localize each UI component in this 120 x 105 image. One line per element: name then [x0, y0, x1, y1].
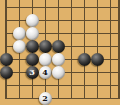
- go-stone-white: [13, 27, 26, 40]
- go-stone-black: [26, 40, 39, 53]
- move-number-label: 4: [42, 68, 48, 76]
- go-board[interactable]: 342: [0, 0, 120, 105]
- go-stone-white: [52, 53, 65, 66]
- go-stone-white: [13, 40, 26, 53]
- grid-line-horizontal: [5, 20, 120, 21]
- go-stone-black: [0, 53, 13, 66]
- go-stone-black: [78, 53, 91, 66]
- go-stone-white-move-2: 2: [39, 92, 52, 105]
- go-stone-white: [26, 14, 39, 27]
- grid-line-horizontal: [5, 7, 120, 8]
- go-stone-white: [39, 53, 52, 66]
- grid-line-horizontal: [5, 85, 120, 86]
- go-stone-black: [39, 40, 52, 53]
- go-stone-white: [52, 66, 65, 79]
- go-stone-black-move-3: 3: [26, 66, 39, 79]
- go-stone-black: [26, 53, 39, 66]
- go-stone-black: [0, 66, 13, 79]
- go-stone-white-move-4: 4: [39, 66, 52, 79]
- move-number-label: 3: [29, 68, 35, 76]
- go-stone-black: [91, 53, 104, 66]
- go-stone-black: [52, 40, 65, 53]
- board-bottom-edge-line: [5, 98, 120, 99]
- go-stone-white: [26, 27, 39, 40]
- move-number-label: 2: [42, 94, 48, 102]
